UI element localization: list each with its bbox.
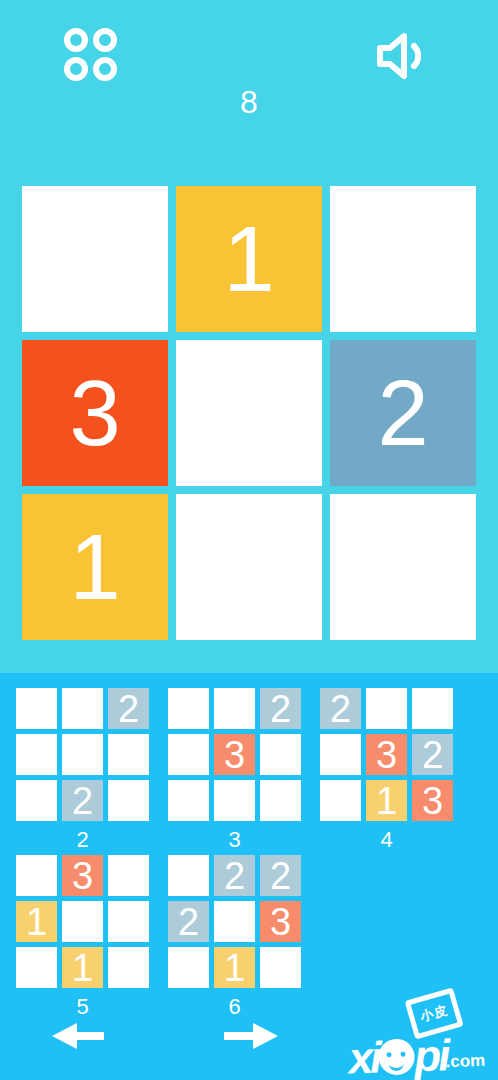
level-thumbnail[interactable]: 232134 (320, 688, 453, 853)
thumbnail-cell (108, 780, 149, 821)
thumbnail-cell (168, 947, 209, 988)
thumbnail-cell: 1 (214, 947, 255, 988)
left-arrow-icon (52, 1020, 104, 1052)
level-number-label: 2 (16, 827, 149, 853)
watermark-tld: .com (445, 1051, 485, 1072)
thumbnail-cell (320, 734, 361, 775)
thumbnail-cell (16, 855, 57, 896)
board-cell[interactable]: 1 (176, 186, 322, 332)
thumbnail-cell: 3 (62, 855, 103, 896)
thumbnail-cell (108, 855, 149, 896)
menu-circle-icon (64, 57, 88, 81)
thumbnail-cell (168, 855, 209, 896)
thumbnail-cell (108, 947, 149, 988)
thumbnail-cell: 2 (260, 688, 301, 729)
board-cell[interactable]: 1 (22, 494, 168, 640)
thumbnail-cell (16, 688, 57, 729)
thumbnail-cell: 2 (214, 855, 255, 896)
thumbnail-cell (214, 901, 255, 942)
board-cell[interactable] (176, 340, 322, 486)
board-cell[interactable] (22, 186, 168, 332)
thumbnail-board: 22 (16, 688, 149, 821)
thumbnail-board: 23213 (320, 688, 453, 821)
thumbnail-cell (108, 901, 149, 942)
board-cell[interactable] (330, 494, 476, 640)
thumbnail-cell (108, 734, 149, 775)
board-cell[interactable]: 3 (22, 340, 168, 486)
main-board: 1321 (22, 186, 476, 640)
thumbnail-cell (320, 780, 361, 821)
level-number-label: 4 (320, 827, 453, 853)
thumbnail-cell (260, 734, 301, 775)
menu-circle-icon (93, 28, 117, 52)
next-level-button[interactable] (220, 1020, 278, 1055)
thumbnail-cell (62, 688, 103, 729)
right-arrow-icon (220, 1020, 278, 1052)
thumbnail-board: 311 (16, 855, 149, 988)
level-thumbnail[interactable]: 233 (168, 688, 301, 853)
thumbnail-cell: 1 (366, 780, 407, 821)
thumbnail-cell: 3 (366, 734, 407, 775)
thumbnail-cell: 2 (62, 780, 103, 821)
thumbnail-cell (168, 734, 209, 775)
thumbnail-board: 22231 (168, 855, 301, 988)
thumbnail-cell (16, 947, 57, 988)
level-number-label: 5 (16, 994, 149, 1020)
menu-circle-icon (64, 28, 88, 52)
thumbnail-cell (366, 688, 407, 729)
thumbnail-cell: 2 (412, 734, 453, 775)
menu-circle-icon (93, 57, 117, 81)
level-thumbnail[interactable]: 3115 (16, 855, 149, 1020)
prev-level-button[interactable] (52, 1020, 104, 1055)
thumbnail-board: 23 (168, 688, 301, 821)
level-thumbnail[interactable]: 222 (16, 688, 149, 853)
thumbnail-cell: 2 (320, 688, 361, 729)
watermark-text: xi pi .com (348, 1034, 486, 1076)
level-thumbnail[interactable]: 222316 (168, 855, 301, 1020)
sound-button[interactable] (370, 24, 434, 88)
thumbnail-cell (16, 780, 57, 821)
thumbnail-cell (214, 688, 255, 729)
thumbnail-cell: 2 (260, 855, 301, 896)
level-number-label: 6 (168, 994, 301, 1020)
thumbnail-cell (214, 780, 255, 821)
watermark-prefix: xi (348, 1038, 380, 1076)
thumbnail-cell: 3 (214, 734, 255, 775)
thumbnail-cell: 2 (108, 688, 149, 729)
watermark-suffix: pi (414, 1036, 448, 1075)
level-indicator: 8 (0, 84, 498, 121)
watermark-tag-text: 小皮 (418, 1001, 450, 1026)
watermark-logo: 小皮 xi pi .com (345, 997, 498, 1080)
thumbnail-cell: 3 (260, 901, 301, 942)
level-number-label: 3 (168, 827, 301, 853)
board-cell[interactable] (330, 186, 476, 332)
thumbnail-cell (62, 901, 103, 942)
thumbnail-cell: 1 (16, 901, 57, 942)
thumbnail-cell (260, 780, 301, 821)
speaker-icon (370, 24, 434, 88)
thumbnail-cell (168, 780, 209, 821)
thumbnail-cell (260, 947, 301, 988)
thumbnail-cell: 2 (168, 901, 209, 942)
thumbnail-cell (412, 688, 453, 729)
thumbnail-cell (16, 734, 57, 775)
thumbnail-cell (168, 688, 209, 729)
app-screen: 8 1321 2222332321343115222316 小皮 xi pi (0, 0, 498, 1080)
thumbnail-cell: 3 (412, 780, 453, 821)
board-cell[interactable]: 2 (330, 340, 476, 486)
thumbnail-cell: 1 (62, 947, 103, 988)
board-cell[interactable] (176, 494, 322, 640)
watermark-face-icon (378, 1038, 415, 1075)
thumbnail-cell (62, 734, 103, 775)
menu-button[interactable] (64, 28, 118, 82)
